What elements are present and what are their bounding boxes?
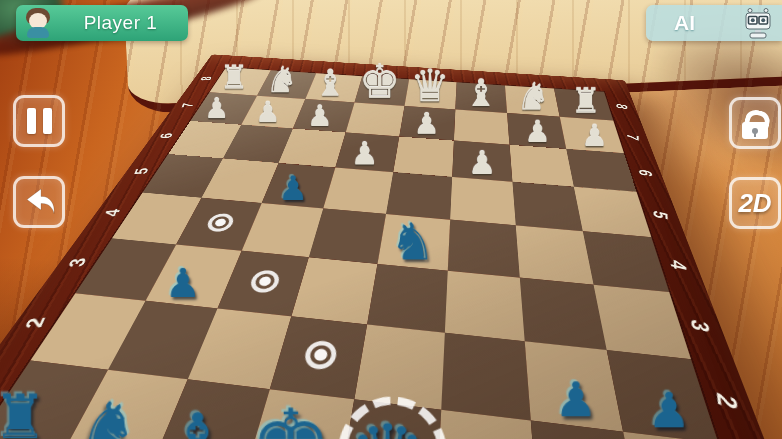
square-e6[interactable] [393,137,454,177]
square-d5[interactable] [323,167,393,214]
move-hint-dot-b4[interactable] [201,211,239,234]
square-f8[interactable]: ♝ [455,82,507,113]
move-hint-dot-d2[interactable] [299,337,342,373]
square-d6[interactable]: ♟ [335,133,399,173]
square-d1[interactable]: ♚ [243,389,355,439]
blue-queen-selected[interactable]: ♛ [349,418,427,439]
silver-pawn[interactable]: ♟ [414,111,440,137]
square-f6[interactable]: ♟ [452,141,512,182]
square-f7[interactable] [454,109,510,144]
blue-pawn[interactable]: ♟ [165,265,201,301]
blue-pawn[interactable]: ♟ [554,378,597,421]
silver-pawn[interactable]: ♟ [307,103,333,129]
square-d7[interactable] [346,102,405,136]
square-g5[interactable] [512,182,582,232]
undo-arrow-icon [20,185,58,219]
player1-name: Player 1 [53,12,188,34]
chess-board: ♜♞♝♚♛♝♞♜♟♟♟♟♟♟♟♟♟♞♟♟♟♜♞♝♚♛♝♜ ABCDEFGH112… [0,54,782,439]
square-e1[interactable]: ♛ [338,399,441,439]
square-a3[interactable] [75,238,176,300]
blue-rook[interactable]: ♜ [0,391,47,439]
square-c7[interactable]: ♟ [293,99,355,133]
pause-button[interactable] [13,95,65,147]
silver-knight[interactable]: ♞ [516,79,550,113]
blue-bishop[interactable]: ♝ [166,407,229,439]
ai-name: AI [674,11,695,35]
silver-pawn[interactable]: ♟ [581,122,608,149]
pause-icon [27,108,52,134]
view-toggle-2d-button[interactable]: 2D [729,177,781,229]
silver-rook[interactable]: ♜ [571,86,602,117]
undo-button[interactable] [13,176,65,228]
square-f4[interactable] [448,220,520,278]
blue-knight[interactable]: ♞ [390,218,436,264]
square-d8[interactable]: ♚ [355,76,410,106]
silver-pawn[interactable]: ♟ [468,149,497,178]
lock-button[interactable] [729,97,781,149]
square-h3[interactable] [594,285,691,359]
board-scene: ♜♞♝♚♛♝♞♜♟♟♟♟♟♟♟♟♟♞♟♟♟♜♞♝♚♛♝♜ ABCDEFGH112… [97,0,674,439]
square-g7[interactable]: ♟ [507,113,566,149]
silver-pawn[interactable]: ♟ [524,118,551,145]
silver-king[interactable]: ♚ [359,61,401,103]
blue-knight[interactable]: ♞ [77,396,139,439]
square-e3[interactable] [367,264,448,333]
square-e4[interactable]: ♞ [377,214,450,271]
silver-bishop[interactable]: ♝ [464,76,498,110]
blue-pawn[interactable]: ♟ [278,173,308,203]
player1-badge: Player 1 [16,5,188,41]
square-g4[interactable] [516,225,594,284]
game-screen: ♜♞♝♚♛♝♞♜♟♟♟♟♟♟♟♟♟♞♟♟♟♜♞♝♚♛♝♜ ABCDEFGH112… [0,0,782,439]
square-f2[interactable] [441,333,531,421]
robot-icon [742,7,774,39]
square-b2[interactable] [108,301,218,380]
ai-badge: AI [646,5,782,41]
unlocked-padlock-icon [742,107,768,139]
blue-king[interactable]: ♚ [251,402,332,439]
silver-pawn[interactable]: ♟ [204,96,229,121]
square-g2[interactable]: ♟ [525,341,623,431]
square-e8[interactable]: ♛ [405,79,457,109]
square-e7[interactable]: ♟ [399,106,455,141]
square-h4[interactable] [583,231,669,292]
move-hint-dot-c3[interactable] [245,267,285,296]
silver-bishop[interactable]: ♝ [314,67,347,100]
square-g8[interactable]: ♞ [505,85,560,116]
blue-pawn[interactable]: ♟ [647,389,691,433]
view-toggle-label: 2D [738,188,771,219]
silver-pawn[interactable]: ♟ [255,100,281,126]
silver-knight[interactable]: ♞ [266,63,298,96]
square-f3[interactable] [445,271,525,342]
square-c8[interactable]: ♝ [305,73,362,102]
silver-queen[interactable]: ♛ [410,66,450,106]
square-h2[interactable]: ♟ [607,350,719,439]
silver-pawn[interactable]: ♟ [351,140,379,168]
square-f5[interactable] [450,177,516,226]
person-avatar-icon [23,8,53,38]
square-g6[interactable] [510,145,574,187]
